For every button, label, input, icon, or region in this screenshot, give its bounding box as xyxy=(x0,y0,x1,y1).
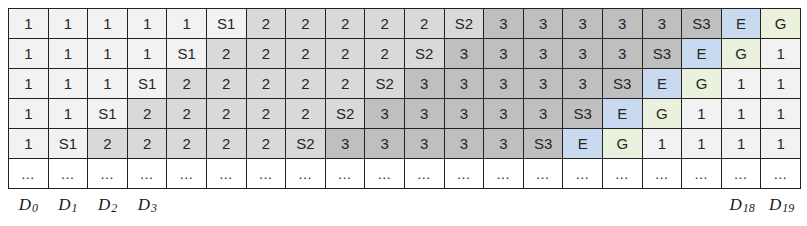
grid-cell-r5-c1: … xyxy=(49,159,88,188)
grid-cell-r4-c9: 3 xyxy=(365,129,404,158)
grid-cell-r1-c9: 2 xyxy=(365,39,404,68)
grid-cell-r4-c13: S3 xyxy=(524,129,563,158)
grid-cell-r2-c6: 2 xyxy=(247,69,286,98)
grid-cell-r3-c17: 1 xyxy=(682,99,721,128)
grid-cell-r0-c19: G xyxy=(761,9,800,38)
column-label-D0: D0 xyxy=(8,190,48,220)
diagram-canvas: 11111S122222S233333S3EG1111S122222S23333… xyxy=(0,0,807,226)
grid-cell-r0-c2: 1 xyxy=(88,9,127,38)
grid-cell-r0-c8: 2 xyxy=(326,9,365,38)
grid-cell-r3-c12: 3 xyxy=(484,99,523,128)
grid-cell-r1-c18: G xyxy=(722,39,761,68)
grid-cell-r4-c18: 1 xyxy=(722,129,761,158)
grid-cell-r3-c2: S1 xyxy=(88,99,127,128)
grid-cell-r2-c12: 3 xyxy=(484,69,523,98)
grid-cell-r3-c3: 2 xyxy=(128,99,167,128)
column-label-D18: D18 xyxy=(722,190,762,220)
grid-cell-r4-c14: E xyxy=(563,129,602,158)
grid-cell-r5-c9: … xyxy=(365,159,404,188)
column-label-D1: D1 xyxy=(48,190,88,220)
grid-cell-r3-c9: 3 xyxy=(365,99,404,128)
grid-cell-r1-c4: S1 xyxy=(167,39,206,68)
grid-cell-r0-c9: 2 xyxy=(365,9,404,38)
grid-cell-r4-c4: 2 xyxy=(167,129,206,158)
grid-cell-r1-c1: 1 xyxy=(49,39,88,68)
grid-cell-r5-c5: … xyxy=(207,159,246,188)
grid-cell-r5-c17: … xyxy=(682,159,721,188)
grid-cell-r1-c2: 1 xyxy=(88,39,127,68)
grid-cell-r2-c4: 2 xyxy=(167,69,206,98)
grid-cell-r3-c13: 3 xyxy=(524,99,563,128)
grid-cell-r2-c17: G xyxy=(682,69,721,98)
grid-cell-r5-c11: … xyxy=(445,159,484,188)
grid-cell-r3-c5: 2 xyxy=(207,99,246,128)
grid-cell-r1-c16: S3 xyxy=(643,39,682,68)
grid-cell-r1-c0: 1 xyxy=(9,39,48,68)
grid-cell-r2-c10: 3 xyxy=(405,69,444,98)
grid-cell-r0-c0: 1 xyxy=(9,9,48,38)
grid-cell-r3-c10: 3 xyxy=(405,99,444,128)
grid-cell-r5-c12: … xyxy=(484,159,523,188)
grid-cell-r0-c15: 3 xyxy=(603,9,642,38)
grid-cell-r2-c16: E xyxy=(643,69,682,98)
column-label-D3: D3 xyxy=(127,190,167,220)
grid-cell-r5-c8: … xyxy=(326,159,365,188)
grid-cell-r4-c7: S2 xyxy=(286,129,325,158)
grid-cell-r2-c0: 1 xyxy=(9,69,48,98)
grid-cell-r4-c15: G xyxy=(603,129,642,158)
grid-cell-r5-c2: … xyxy=(88,159,127,188)
slot-grid: 11111S122222S233333S3EG1111S122222S23333… xyxy=(8,8,801,189)
grid-cell-r3-c19: 1 xyxy=(761,99,800,128)
grid-cell-r2-c1: 1 xyxy=(49,69,88,98)
grid-cell-r4-c0: 1 xyxy=(9,129,48,158)
grid-cell-r2-c19: 1 xyxy=(761,69,800,98)
grid-cell-r4-c10: 3 xyxy=(405,129,444,158)
grid-cell-r2-c9: S2 xyxy=(365,69,404,98)
grid-cell-r0-c5: S1 xyxy=(207,9,246,38)
grid-cell-r4-c17: 1 xyxy=(682,129,721,158)
grid-cell-r0-c1: 1 xyxy=(49,9,88,38)
grid-cell-r4-c19: 1 xyxy=(761,129,800,158)
grid-cell-r2-c14: 3 xyxy=(563,69,602,98)
grid-cell-r1-c11: 3 xyxy=(445,39,484,68)
grid-cell-r4-c1: S1 xyxy=(49,129,88,158)
grid-cell-r3-c18: 1 xyxy=(722,99,761,128)
grid-cell-r2-c18: 1 xyxy=(722,69,761,98)
grid-cell-r3-c16: G xyxy=(643,99,682,128)
grid-cell-r3-c8: S2 xyxy=(326,99,365,128)
grid-cell-r0-c3: 1 xyxy=(128,9,167,38)
grid-cell-r1-c7: 2 xyxy=(286,39,325,68)
grid-cell-r1-c19: 1 xyxy=(761,39,800,68)
grid-cell-r3-c14: S3 xyxy=(563,99,602,128)
grid-cell-r0-c17: S3 xyxy=(682,9,721,38)
grid-cell-r1-c3: 1 xyxy=(128,39,167,68)
grid-cell-r0-c12: 3 xyxy=(484,9,523,38)
grid-cell-r1-c12: 3 xyxy=(484,39,523,68)
grid-cell-r5-c7: … xyxy=(286,159,325,188)
grid-cell-r1-c13: 3 xyxy=(524,39,563,68)
grid-cell-r3-c6: 2 xyxy=(247,99,286,128)
grid-cell-r5-c15: … xyxy=(603,159,642,188)
grid-cell-r3-c15: E xyxy=(603,99,642,128)
grid-cell-r1-c14: 3 xyxy=(563,39,602,68)
grid-cell-r0-c10: 2 xyxy=(405,9,444,38)
grid-cell-r3-c4: 2 xyxy=(167,99,206,128)
grid-cell-r1-c6: 2 xyxy=(247,39,286,68)
grid-cell-r4-c8: 3 xyxy=(326,129,365,158)
grid-cell-r5-c10: … xyxy=(405,159,444,188)
grid-cell-r3-c1: 1 xyxy=(49,99,88,128)
grid-cell-r2-c11: 3 xyxy=(445,69,484,98)
grid-cell-r5-c6: … xyxy=(247,159,286,188)
grid-cell-r4-c11: 3 xyxy=(445,129,484,158)
grid-cell-r1-c5: 2 xyxy=(207,39,246,68)
grid-cell-r2-c5: 2 xyxy=(207,69,246,98)
grid-cell-r5-c13: … xyxy=(524,159,563,188)
grid-cell-r0-c11: S2 xyxy=(445,9,484,38)
grid-cell-r5-c3: … xyxy=(128,159,167,188)
grid-cell-r4-c3: 2 xyxy=(128,129,167,158)
grid-cell-r0-c16: 3 xyxy=(643,9,682,38)
grid-cell-r4-c16: 1 xyxy=(643,129,682,158)
grid-cell-r3-c7: 2 xyxy=(286,99,325,128)
grid-cell-r4-c6: 2 xyxy=(247,129,286,158)
grid-cell-r2-c15: S3 xyxy=(603,69,642,98)
grid-cell-r1-c15: 3 xyxy=(603,39,642,68)
grid-cell-r5-c18: … xyxy=(722,159,761,188)
grid-cell-r0-c4: 1 xyxy=(167,9,206,38)
column-labels: D0D1D2D3D18D19 xyxy=(8,190,801,220)
grid-cell-r5-c14: … xyxy=(563,159,602,188)
grid-cell-r2-c8: 2 xyxy=(326,69,365,98)
column-label-D19: D19 xyxy=(761,190,801,220)
grid-cell-r5-c16: … xyxy=(643,159,682,188)
grid-cell-r2-c2: 1 xyxy=(88,69,127,98)
grid-cell-r2-c3: S1 xyxy=(128,69,167,98)
grid-cell-r3-c11: 3 xyxy=(445,99,484,128)
grid-cell-r2-c13: 3 xyxy=(524,69,563,98)
grid-cell-r5-c0: … xyxy=(9,159,48,188)
grid-cell-r0-c6: 2 xyxy=(247,9,286,38)
grid-cell-r4-c12: 3 xyxy=(484,129,523,158)
grid-cell-r4-c5: 2 xyxy=(207,129,246,158)
grid-cell-r1-c10: S2 xyxy=(405,39,444,68)
grid-cell-r2-c7: 2 xyxy=(286,69,325,98)
grid-cell-r1-c8: 2 xyxy=(326,39,365,68)
grid-cell-r0-c13: 3 xyxy=(524,9,563,38)
grid-cell-r0-c14: 3 xyxy=(563,9,602,38)
grid-cell-r5-c4: … xyxy=(167,159,206,188)
grid-cell-r0-c7: 2 xyxy=(286,9,325,38)
grid-cell-r5-c19: … xyxy=(761,159,800,188)
grid-cell-r0-c18: E xyxy=(722,9,761,38)
grid-cell-r4-c2: 2 xyxy=(88,129,127,158)
grid-cell-r1-c17: E xyxy=(682,39,721,68)
column-label-D2: D2 xyxy=(87,190,127,220)
grid-cell-r3-c0: 1 xyxy=(9,99,48,128)
